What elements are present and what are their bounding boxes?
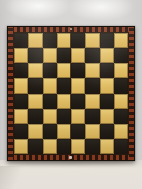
square-e7[interactable] bbox=[71, 48, 85, 63]
square-c1[interactable] bbox=[43, 139, 57, 154]
square-g7[interactable] bbox=[100, 48, 114, 63]
square-g3[interactable] bbox=[100, 109, 114, 124]
square-c8[interactable] bbox=[43, 33, 57, 48]
square-d4[interactable] bbox=[57, 94, 71, 109]
square-a5[interactable] bbox=[14, 78, 28, 93]
square-f6[interactable] bbox=[85, 63, 99, 78]
square-g5[interactable] bbox=[100, 78, 114, 93]
square-c7[interactable] bbox=[43, 48, 57, 63]
square-g8[interactable] bbox=[100, 33, 114, 48]
square-h5[interactable] bbox=[114, 78, 128, 93]
square-d1[interactable] bbox=[57, 139, 71, 154]
square-d3[interactable] bbox=[57, 109, 71, 124]
square-b6[interactable] bbox=[28, 63, 42, 78]
square-e1[interactable] bbox=[71, 139, 85, 154]
square-f1[interactable] bbox=[85, 139, 99, 154]
square-f8[interactable] bbox=[85, 33, 99, 48]
square-g1[interactable] bbox=[100, 139, 114, 154]
square-b1[interactable] bbox=[28, 139, 42, 154]
square-b4[interactable] bbox=[28, 94, 42, 109]
square-a1[interactable] bbox=[14, 139, 28, 154]
corner-shadow bbox=[0, 166, 36, 189]
square-h6[interactable] bbox=[114, 63, 128, 78]
square-g4[interactable] bbox=[100, 94, 114, 109]
square-a2[interactable] bbox=[14, 124, 28, 139]
square-b2[interactable] bbox=[28, 124, 42, 139]
board-border-bottom bbox=[8, 155, 134, 160]
square-e8[interactable] bbox=[71, 33, 85, 48]
square-e5[interactable] bbox=[71, 78, 85, 93]
square-f5[interactable] bbox=[85, 78, 99, 93]
square-b8[interactable] bbox=[28, 33, 42, 48]
square-c2[interactable] bbox=[43, 124, 57, 139]
square-c6[interactable] bbox=[43, 63, 57, 78]
chess-board-grid bbox=[13, 32, 129, 155]
square-h3[interactable] bbox=[114, 109, 128, 124]
square-a3[interactable] bbox=[14, 109, 28, 124]
square-h7[interactable] bbox=[114, 48, 128, 63]
square-h1[interactable] bbox=[114, 139, 128, 154]
square-b7[interactable] bbox=[28, 48, 42, 63]
square-f4[interactable] bbox=[85, 94, 99, 109]
square-c5[interactable] bbox=[43, 78, 57, 93]
square-b5[interactable] bbox=[28, 78, 42, 93]
square-d2[interactable] bbox=[57, 124, 71, 139]
square-e6[interactable] bbox=[71, 63, 85, 78]
square-c3[interactable] bbox=[43, 109, 57, 124]
square-d5[interactable] bbox=[57, 78, 71, 93]
square-f7[interactable] bbox=[85, 48, 99, 63]
square-h2[interactable] bbox=[114, 124, 128, 139]
square-d7[interactable] bbox=[57, 48, 71, 63]
scene bbox=[0, 0, 142, 189]
square-f2[interactable] bbox=[85, 124, 99, 139]
square-a4[interactable] bbox=[14, 94, 28, 109]
square-g6[interactable] bbox=[100, 63, 114, 78]
board-border-right bbox=[129, 27, 134, 160]
square-f3[interactable] bbox=[85, 109, 99, 124]
square-e4[interactable] bbox=[71, 94, 85, 109]
square-c4[interactable] bbox=[43, 94, 57, 109]
square-d6[interactable] bbox=[57, 63, 71, 78]
square-g2[interactable] bbox=[100, 124, 114, 139]
square-a8[interactable] bbox=[14, 33, 28, 48]
square-h8[interactable] bbox=[114, 33, 128, 48]
square-b3[interactable] bbox=[28, 109, 42, 124]
square-d8[interactable] bbox=[57, 33, 71, 48]
square-e3[interactable] bbox=[71, 109, 85, 124]
square-a7[interactable] bbox=[14, 48, 28, 63]
square-h4[interactable] bbox=[114, 94, 128, 109]
chess-board bbox=[7, 26, 135, 161]
square-a6[interactable] bbox=[14, 63, 28, 78]
square-e2[interactable] bbox=[71, 124, 85, 139]
